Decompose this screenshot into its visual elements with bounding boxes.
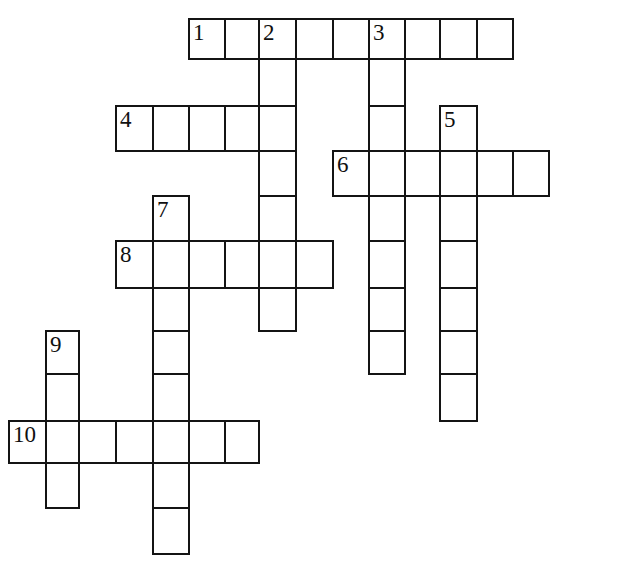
clue-number: 8 [120, 243, 132, 266]
clue-number: 1 [193, 21, 205, 44]
grid-cell[interactable]: 5 [439, 105, 478, 152]
clue-number: 7 [157, 198, 169, 221]
grid-cell[interactable] [115, 420, 154, 464]
grid-cell[interactable] [439, 195, 478, 242]
clue-number: 10 [13, 423, 36, 446]
grid-cell[interactable] [152, 105, 190, 152]
grid-cell[interactable] [368, 240, 406, 289]
grid-cell[interactable] [152, 330, 190, 375]
grid-cell[interactable]: 9 [45, 330, 80, 375]
grid-cell[interactable] [439, 240, 478, 289]
grid-cell[interactable] [224, 18, 260, 60]
grid-cell[interactable] [476, 150, 514, 197]
crossword-board: 12345678910 [0, 0, 625, 584]
grid-cell[interactable]: 2 [258, 18, 297, 60]
clue-number: 3 [373, 21, 385, 44]
grid-cell[interactable] [295, 240, 334, 289]
grid-cell[interactable] [78, 420, 117, 464]
grid-cell[interactable] [258, 58, 297, 107]
grid-cell[interactable]: 4 [115, 105, 154, 152]
grid-cell[interactable] [188, 105, 226, 152]
grid-cell[interactable] [439, 18, 478, 60]
grid-cell[interactable] [45, 420, 80, 464]
grid-cell[interactable] [332, 18, 370, 60]
grid-cell[interactable] [368, 287, 406, 332]
grid-cell[interactable] [368, 58, 406, 107]
grid-cell[interactable] [45, 373, 80, 422]
grid-cell[interactable] [152, 462, 190, 509]
clue-number: 9 [50, 333, 62, 356]
clue-number: 4 [120, 108, 132, 131]
grid-cell[interactable] [188, 240, 226, 289]
grid-cell[interactable] [404, 150, 441, 197]
grid-cell[interactable] [258, 150, 297, 197]
grid-cell[interactable]: 3 [368, 18, 406, 60]
grid-cell[interactable] [439, 373, 478, 422]
grid-cell[interactable]: 1 [188, 18, 226, 60]
grid-cell[interactable] [45, 462, 80, 509]
grid-cell[interactable] [439, 330, 478, 375]
clue-number: 6 [337, 153, 349, 176]
grid-cell[interactable] [512, 150, 550, 197]
grid-cell[interactable] [368, 195, 406, 242]
grid-cell[interactable]: 8 [115, 240, 154, 289]
grid-cell[interactable] [152, 420, 190, 464]
grid-cell[interactable]: 10 [8, 420, 47, 464]
grid-cell[interactable] [152, 507, 190, 555]
grid-cell[interactable] [439, 150, 478, 197]
grid-cell[interactable] [258, 240, 297, 289]
clue-number: 2 [263, 21, 275, 44]
grid-cell[interactable] [368, 330, 406, 375]
clue-number: 5 [444, 108, 456, 131]
grid-cell[interactable] [439, 287, 478, 332]
grid-cell[interactable] [258, 195, 297, 242]
grid-cell[interactable]: 7 [152, 195, 190, 242]
grid-cell[interactable] [295, 18, 334, 60]
grid-cell[interactable] [258, 105, 297, 152]
grid-cell[interactable] [476, 18, 514, 60]
grid-cell[interactable]: 6 [332, 150, 370, 197]
grid-cell[interactable] [188, 420, 226, 464]
grid-cell[interactable] [224, 105, 260, 152]
grid-cell[interactable] [368, 150, 406, 197]
grid-cell[interactable] [152, 240, 190, 289]
grid-cell[interactable] [152, 287, 190, 332]
grid-cell[interactable] [224, 240, 260, 289]
grid-cell[interactable] [258, 287, 297, 332]
grid-cell[interactable] [224, 420, 260, 464]
grid-cell[interactable] [404, 18, 441, 60]
grid-cell[interactable] [152, 373, 190, 422]
grid-cell[interactable] [368, 105, 406, 152]
